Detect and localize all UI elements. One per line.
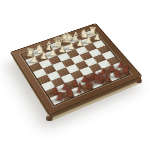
black-rook: ♜ xyxy=(51,90,69,103)
box-clasp xyxy=(30,83,32,89)
white-pawn: ♟ xyxy=(26,55,43,65)
chess-set-photo: ♜♞♝♛♚♝♞♜♟♟♟♟♟♟♟♟♟♟♟♟♟♟♟♟♜♞♝♛♚♝♞♜ xyxy=(0,0,150,150)
chess-board: ♜♞♝♛♚♝♞♜♟♟♟♟♟♟♟♟♟♟♟♟♟♟♟♟♜♞♝♛♚♝♞♜ xyxy=(11,24,141,114)
square-h5 xyxy=(102,51,115,60)
square-a8: ♜ xyxy=(50,94,65,105)
